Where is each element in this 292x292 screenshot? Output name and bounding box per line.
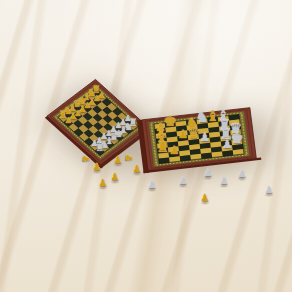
chess-boards-graphic	[0, 0, 292, 292]
gold-pawn[interactable]: ♟	[201, 193, 210, 203]
gold-queen[interactable]: ♛	[187, 126, 200, 141]
silver-pawn[interactable]: ♟	[265, 185, 274, 195]
silver-pawn[interactable]: ♟	[148, 180, 157, 190]
gold-pawn[interactable]: ♟	[169, 145, 179, 157]
gold-pawn[interactable]: ♟	[178, 129, 188, 141]
gold-pawn[interactable]: ♟	[124, 153, 134, 162]
gold-pawn[interactable]: ♟	[111, 172, 120, 182]
silver-pawn[interactable]: ♟	[222, 139, 232, 151]
gold-pawn[interactable]: ♟	[81, 154, 91, 163]
silver-pawn[interactable]: ♟	[238, 169, 247, 179]
gold-pawn[interactable]: ♟	[93, 162, 102, 172]
gold-rook[interactable]: ♜	[156, 139, 169, 154]
silver-pawn[interactable]: ♟	[199, 132, 209, 144]
gold-pawn[interactable]: ♟	[99, 178, 108, 188]
photo-scene: ♜♞♟♝♟♚♟♛♟♝♟♞♟♜♝♟♝♞♟♟♚♟♜♞♟♜♞♟♟♛♝♟♟♚♛♟♜♟♛♝…	[0, 0, 292, 292]
silver-pawn[interactable]: ♟	[204, 168, 213, 178]
silver-rook[interactable]: ♜	[95, 143, 104, 153]
gold-pawn[interactable]: ♟	[133, 164, 142, 174]
silver-king[interactable]: ♚	[231, 131, 244, 146]
silver-pawn[interactable]: ♟	[220, 176, 229, 186]
silver-pawn[interactable]: ♟	[179, 176, 188, 186]
gold-pawn[interactable]: ♟	[114, 155, 123, 165]
gold-pawn[interactable]: ♟	[65, 116, 72, 124]
